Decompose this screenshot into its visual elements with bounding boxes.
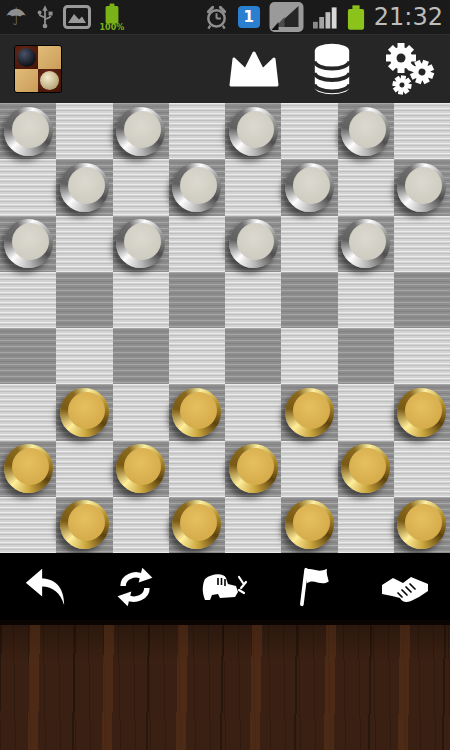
checker-piece-gold[interactable] xyxy=(341,444,390,493)
board-square[interactable] xyxy=(169,159,225,215)
checker-piece-silver[interactable] xyxy=(4,107,53,156)
board-square xyxy=(113,272,169,328)
undo-button[interactable] xyxy=(6,559,84,615)
draw-offer-button[interactable] xyxy=(366,559,444,615)
checker-piece-gold[interactable] xyxy=(172,388,221,437)
crown-button[interactable] xyxy=(226,41,282,97)
checker-piece-gold[interactable] xyxy=(285,388,334,437)
board-square[interactable] xyxy=(338,103,394,159)
board-square[interactable] xyxy=(394,497,450,553)
board-square xyxy=(0,384,56,440)
checker-piece-gold[interactable] xyxy=(116,444,165,493)
notification-badge: 1 xyxy=(238,6,260,28)
checker-piece-gold[interactable] xyxy=(397,388,446,437)
board-square[interactable] xyxy=(169,497,225,553)
board-square[interactable] xyxy=(225,441,281,497)
checker-piece-gold[interactable] xyxy=(397,500,446,549)
checker-piece-silver[interactable] xyxy=(116,219,165,268)
board-square xyxy=(0,159,56,215)
crown-icon xyxy=(227,49,281,89)
board-square[interactable] xyxy=(394,272,450,328)
board-square[interactable] xyxy=(0,103,56,159)
board-square[interactable] xyxy=(281,272,337,328)
board-square xyxy=(281,328,337,384)
board-square[interactable] xyxy=(338,328,394,384)
board-square xyxy=(56,103,112,159)
app-toolbar xyxy=(0,35,450,103)
board-square[interactable] xyxy=(113,328,169,384)
board-square[interactable] xyxy=(0,216,56,272)
board-square xyxy=(169,441,225,497)
board-square xyxy=(225,384,281,440)
board-square xyxy=(394,103,450,159)
checker-piece-gold[interactable] xyxy=(229,444,278,493)
status-left-icons: ☂ 100% xyxy=(5,0,124,34)
app-icon-light-piece xyxy=(40,71,59,90)
board-square[interactable] xyxy=(225,103,281,159)
board-square xyxy=(281,216,337,272)
board-square xyxy=(0,272,56,328)
checker-piece-silver[interactable] xyxy=(60,163,109,212)
board-square xyxy=(169,103,225,159)
checker-piece-silver[interactable] xyxy=(116,107,165,156)
settings-button[interactable] xyxy=(382,41,438,97)
battery-percent-label: 100% xyxy=(100,24,125,32)
usb-icon xyxy=(36,4,54,30)
board-square[interactable] xyxy=(394,384,450,440)
board-square[interactable] xyxy=(113,216,169,272)
board-square[interactable] xyxy=(56,497,112,553)
board-square[interactable] xyxy=(0,328,56,384)
board-square xyxy=(394,216,450,272)
board-square xyxy=(56,328,112,384)
checker-piece-silver[interactable] xyxy=(4,219,53,268)
board-square xyxy=(394,441,450,497)
checker-piece-silver[interactable] xyxy=(397,163,446,212)
sim-signal-icon xyxy=(269,2,304,32)
swap-sides-icon xyxy=(113,563,157,611)
board-square[interactable] xyxy=(281,159,337,215)
database-icon xyxy=(311,42,353,96)
signal-bars-icon xyxy=(313,5,338,29)
board-square[interactable] xyxy=(113,441,169,497)
bottom-toolbar xyxy=(0,553,450,620)
undo-icon xyxy=(22,564,68,610)
checker-piece-gold[interactable] xyxy=(285,500,334,549)
board-square[interactable] xyxy=(56,159,112,215)
kick-button[interactable] xyxy=(186,559,264,615)
board-square xyxy=(225,497,281,553)
board-square[interactable] xyxy=(113,103,169,159)
settings-gears-icon xyxy=(384,42,436,96)
clock-text: 21:32 xyxy=(374,3,445,31)
board-square xyxy=(113,497,169,553)
checker-piece-silver[interactable] xyxy=(341,107,390,156)
kick-boot-icon xyxy=(200,565,250,609)
board-square xyxy=(113,159,169,215)
checker-piece-gold[interactable] xyxy=(60,388,109,437)
board-square[interactable] xyxy=(281,384,337,440)
board-square[interactable] xyxy=(338,441,394,497)
board-square[interactable] xyxy=(225,328,281,384)
board-square[interactable] xyxy=(338,216,394,272)
board-square[interactable] xyxy=(394,159,450,215)
board xyxy=(0,103,450,553)
alarm-icon xyxy=(204,4,229,30)
checker-piece-silver[interactable] xyxy=(285,163,334,212)
gallery-icon xyxy=(63,5,91,29)
draw-handshake-icon xyxy=(380,567,430,607)
battery-100-icon: 100% xyxy=(100,3,125,32)
app-icon-dark-piece xyxy=(17,48,36,67)
board-square[interactable] xyxy=(169,384,225,440)
checker-piece-silver[interactable] xyxy=(229,219,278,268)
status-bar: ☂ 100% xyxy=(0,0,450,35)
app-icon-checkers[interactable] xyxy=(14,45,62,93)
board-square xyxy=(169,328,225,384)
board-square xyxy=(169,216,225,272)
board-square xyxy=(113,384,169,440)
checker-piece-gold[interactable] xyxy=(4,444,53,493)
checker-piece-silver[interactable] xyxy=(172,163,221,212)
checker-piece-silver[interactable] xyxy=(341,219,390,268)
board-square xyxy=(225,272,281,328)
checker-piece-gold[interactable] xyxy=(172,500,221,549)
board-square xyxy=(56,441,112,497)
board-square[interactable] xyxy=(169,272,225,328)
board-square xyxy=(281,441,337,497)
battery-icon xyxy=(347,5,365,30)
board-square[interactable] xyxy=(281,497,337,553)
umbrella-icon: ☂ xyxy=(5,5,27,29)
checker-piece-silver[interactable] xyxy=(229,107,278,156)
status-right-icons: 1 21:32 xyxy=(204,0,445,34)
board-square xyxy=(338,159,394,215)
board-square xyxy=(0,497,56,553)
board-square xyxy=(338,272,394,328)
resign-flag-icon xyxy=(293,564,337,610)
checker-piece-gold[interactable] xyxy=(60,500,109,549)
board-square[interactable] xyxy=(56,272,112,328)
resign-button[interactable] xyxy=(276,559,354,615)
board-square xyxy=(225,159,281,215)
board-square xyxy=(281,103,337,159)
board-square xyxy=(56,216,112,272)
phone-screen: ☂ 100% xyxy=(0,0,450,750)
board-square xyxy=(394,328,450,384)
board-square[interactable] xyxy=(0,441,56,497)
swap-sides-button[interactable] xyxy=(96,559,174,615)
wood-background xyxy=(0,620,450,750)
board-square[interactable] xyxy=(56,384,112,440)
database-button[interactable] xyxy=(304,41,360,97)
board-square xyxy=(338,384,394,440)
board-square[interactable] xyxy=(225,216,281,272)
board-square xyxy=(338,497,394,553)
